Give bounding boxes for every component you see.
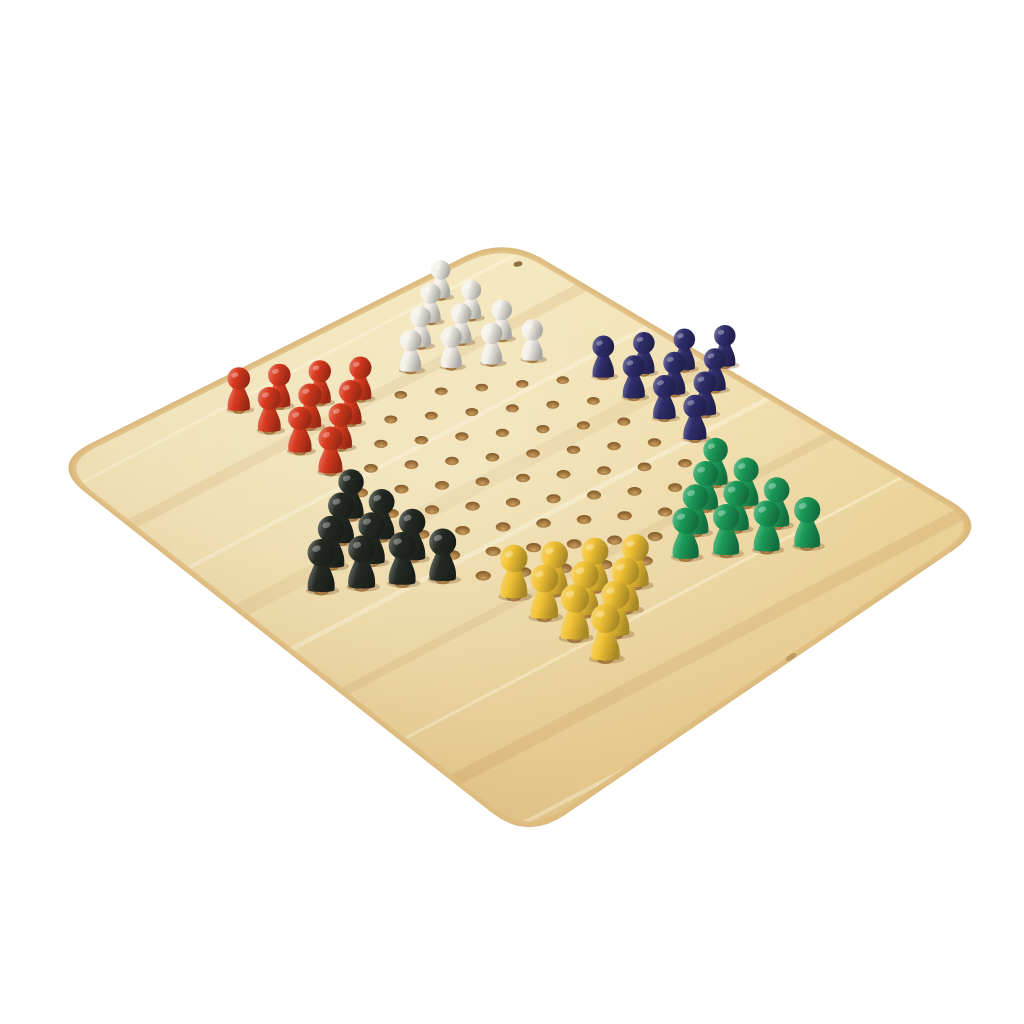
peg-head (674, 328, 696, 350)
hole-4-4[interactable] (394, 391, 407, 399)
hole-6-4[interactable] (455, 432, 468, 440)
hole-9-8[interactable] (668, 483, 682, 492)
peg-head (258, 387, 281, 410)
peg-head (592, 336, 614, 358)
peg-head (633, 332, 655, 354)
hole-5-7[interactable] (546, 401, 559, 409)
peg-head (530, 565, 558, 593)
hole-7-3[interactable] (445, 457, 459, 466)
hole-6-3[interactable] (415, 436, 428, 444)
hole-9-7[interactable] (627, 487, 641, 496)
peg-head (591, 604, 620, 633)
hole-8-4[interactable] (516, 474, 530, 483)
hole-11-7[interactable] (607, 536, 622, 545)
peg-head (329, 403, 353, 427)
peg-head (318, 516, 345, 543)
peg-head (522, 319, 543, 340)
peg-head (704, 348, 726, 370)
peg-head (693, 461, 718, 486)
peg-head (683, 484, 709, 510)
hole-11-8[interactable] (648, 532, 663, 541)
hole-12-4[interactable] (475, 571, 491, 581)
hole-7-7[interactable] (607, 442, 621, 450)
hole-8-5[interactable] (557, 470, 571, 479)
hole-6-6[interactable] (536, 425, 549, 433)
peg-head (338, 469, 363, 494)
hole-8-2[interactable] (435, 481, 449, 490)
peg-head (441, 326, 462, 347)
hole-4-7[interactable] (516, 380, 529, 388)
peg-head (714, 325, 735, 346)
peg-head (298, 383, 321, 406)
hole-10-6[interactable] (577, 515, 592, 524)
hole-10-5[interactable] (536, 519, 551, 528)
peg-head (672, 507, 698, 533)
chinese-checkers-board (0, 0, 1024, 1024)
peg-head (431, 260, 451, 280)
hole-7-8[interactable] (648, 438, 661, 446)
peg-head (622, 534, 649, 561)
peg-head (713, 504, 739, 530)
peg-head (358, 512, 385, 539)
hole-8-7[interactable] (638, 463, 652, 472)
peg-head (349, 357, 371, 379)
peg-head (794, 497, 820, 523)
hole-4-6[interactable] (475, 384, 488, 392)
hole-8-8[interactable] (678, 459, 692, 468)
peg-head (683, 395, 706, 418)
hole-5-4[interactable] (425, 412, 438, 420)
peg-head (491, 300, 512, 321)
hole-10-7[interactable] (617, 511, 632, 520)
hole-5-5[interactable] (465, 408, 478, 416)
peg-head (481, 323, 502, 344)
hole-5-3[interactable] (384, 415, 397, 423)
peg-head (500, 545, 527, 572)
hole-6-5[interactable] (496, 429, 509, 437)
peg-head (754, 500, 780, 526)
peg-head (268, 364, 291, 387)
hole-5-6[interactable] (506, 404, 519, 412)
peg-head (400, 330, 422, 352)
hole-10-3[interactable] (455, 526, 470, 535)
hole-11-5[interactable] (526, 543, 541, 552)
hole-8-6[interactable] (597, 466, 611, 475)
peg-head (399, 509, 425, 535)
hole-9-3[interactable] (465, 502, 479, 511)
peg-head (694, 371, 717, 394)
hole-7-2[interactable] (405, 460, 419, 469)
peg-head (653, 375, 676, 398)
peg-head (389, 532, 416, 559)
hole-5-8[interactable] (587, 397, 600, 405)
hole-9-5[interactable] (546, 494, 560, 503)
hole-9-6[interactable] (587, 491, 601, 500)
peg-head (369, 489, 395, 515)
peg-head (227, 367, 250, 390)
hole-7-4[interactable] (486, 453, 500, 462)
hole-7-1[interactable] (364, 464, 378, 473)
peg-head (723, 481, 749, 507)
hole-4-5[interactable] (435, 387, 448, 395)
peg-head (328, 493, 354, 519)
hole-6-8[interactable] (617, 418, 630, 426)
peg-head (663, 352, 685, 374)
peg-head (561, 584, 590, 613)
board-shading (74, 251, 966, 824)
hole-7-5[interactable] (526, 449, 540, 457)
hole-4-8[interactable] (557, 376, 569, 384)
peg-head (451, 303, 472, 324)
peg-head (623, 355, 645, 377)
peg-head (318, 426, 342, 450)
hole-9-2[interactable] (425, 505, 440, 514)
hole-9-4[interactable] (506, 498, 520, 507)
hole-11-4[interactable] (486, 547, 501, 556)
hole-8-3[interactable] (475, 477, 489, 486)
product-photo-scene (0, 0, 1024, 1024)
peg-head (734, 457, 759, 482)
hole-6-7[interactable] (577, 421, 590, 429)
hole-8-1[interactable] (394, 485, 408, 494)
peg-head (308, 539, 335, 566)
hole-7-6[interactable] (567, 446, 581, 454)
peg-head (410, 307, 431, 328)
peg-head (348, 536, 375, 563)
hole-10-4[interactable] (496, 522, 511, 531)
hole-6-2[interactable] (374, 440, 388, 448)
peg-head (339, 380, 362, 403)
peg-head (764, 477, 790, 503)
peg-head (288, 407, 312, 431)
hole-11-6[interactable] (567, 539, 582, 548)
peg-head (429, 529, 456, 556)
peg-head (581, 538, 608, 565)
peg-head (420, 283, 440, 303)
hole-10-8[interactable] (658, 508, 673, 517)
peg-head (461, 280, 481, 300)
peg-head (309, 360, 331, 382)
peg-head (703, 438, 728, 463)
